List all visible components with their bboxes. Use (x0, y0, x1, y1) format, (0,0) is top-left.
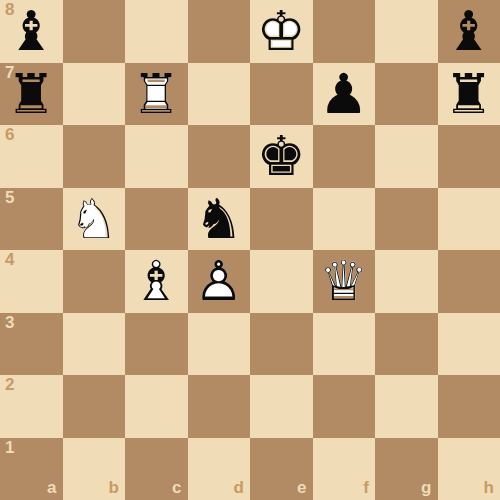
square-f7[interactable]: ♟ (313, 63, 376, 126)
white-queen-glyph-fill: ♛ (313, 250, 376, 313)
piece-black-pawn[interactable]: ♟ (313, 63, 376, 126)
white-bishop-glyph-fill: ♝ (125, 250, 188, 313)
white-knight-glyph-outline: ♘ (63, 188, 126, 251)
square-g7[interactable] (375, 63, 438, 126)
white-queen-glyph-outline: ♕ (313, 250, 376, 313)
piece-white-knight[interactable]: ♞♘ (63, 188, 126, 251)
file-label-e: e (297, 479, 306, 498)
piece-white-rook[interactable]: ♜♖ (125, 63, 188, 126)
piece-black-knight[interactable]: ♞ (188, 188, 251, 251)
square-e5[interactable] (250, 188, 313, 251)
square-h8[interactable]: ♝ (438, 0, 500, 63)
square-a6[interactable]: 6 (0, 125, 63, 188)
black-rook-glyph: ♜ (438, 63, 500, 126)
square-h7[interactable]: ♜ (438, 63, 500, 126)
square-c2[interactable] (125, 375, 188, 438)
square-f4[interactable]: ♛♕ (313, 250, 376, 313)
square-b1[interactable]: b (63, 438, 126, 500)
square-f5[interactable] (313, 188, 376, 251)
square-b5[interactable]: ♞♘ (63, 188, 126, 251)
square-f6[interactable] (313, 125, 376, 188)
square-g6[interactable] (375, 125, 438, 188)
black-rook-glyph: ♜ (0, 63, 63, 126)
piece-black-rook[interactable]: ♜ (438, 63, 500, 126)
piece-white-queen[interactable]: ♛♕ (313, 250, 376, 313)
file-label-a: a (47, 479, 56, 498)
rank-label-4: 4 (5, 251, 14, 270)
square-h5[interactable] (438, 188, 500, 251)
piece-black-bishop[interactable]: ♝ (0, 0, 63, 63)
piece-white-king[interactable]: ♚♔ (250, 0, 313, 63)
piece-white-bishop[interactable]: ♝♗ (125, 250, 188, 313)
square-f1[interactable]: f (313, 438, 376, 500)
square-g3[interactable] (375, 313, 438, 376)
square-h1[interactable]: h (438, 438, 500, 500)
square-c7[interactable]: ♜♖ (125, 63, 188, 126)
square-c5[interactable] (125, 188, 188, 251)
square-g8[interactable] (375, 0, 438, 63)
square-d4[interactable]: ♟♙ (188, 250, 251, 313)
chess-board: 8♝♚♔♝7♜♜♖♟♜6♚5♞♘♞4♝♗♟♙♛♕321abcdefgh (0, 0, 500, 500)
white-rook-glyph-outline: ♖ (125, 63, 188, 126)
square-h4[interactable] (438, 250, 500, 313)
file-label-d: d (234, 479, 244, 498)
white-king-glyph-fill: ♚ (250, 0, 313, 63)
square-g4[interactable] (375, 250, 438, 313)
square-b8[interactable] (63, 0, 126, 63)
piece-black-king[interactable]: ♚ (250, 125, 313, 188)
square-c8[interactable] (125, 0, 188, 63)
rank-label-6: 6 (5, 126, 14, 145)
file-label-h: h (484, 479, 494, 498)
file-label-b: b (109, 479, 119, 498)
white-pawn-glyph-outline: ♙ (188, 250, 251, 313)
square-g5[interactable] (375, 188, 438, 251)
square-e7[interactable] (250, 63, 313, 126)
rank-label-1: 1 (5, 439, 14, 458)
square-c3[interactable] (125, 313, 188, 376)
square-a8[interactable]: 8♝ (0, 0, 63, 63)
square-e3[interactable] (250, 313, 313, 376)
square-a7[interactable]: 7♜ (0, 63, 63, 126)
square-e1[interactable]: e (250, 438, 313, 500)
white-pawn-glyph-fill: ♟ (188, 250, 251, 313)
square-b2[interactable] (63, 375, 126, 438)
square-e2[interactable] (250, 375, 313, 438)
black-bishop-glyph: ♝ (438, 0, 500, 63)
black-king-glyph: ♚ (250, 125, 313, 188)
white-knight-glyph-fill: ♞ (63, 188, 126, 251)
rank-label-5: 5 (5, 189, 14, 208)
square-e8[interactable]: ♚♔ (250, 0, 313, 63)
square-f3[interactable] (313, 313, 376, 376)
square-e4[interactable] (250, 250, 313, 313)
square-g2[interactable] (375, 375, 438, 438)
white-bishop-glyph-outline: ♗ (125, 250, 188, 313)
square-c6[interactable] (125, 125, 188, 188)
file-label-c: c (172, 479, 181, 498)
black-knight-glyph: ♞ (188, 188, 251, 251)
square-h3[interactable] (438, 313, 500, 376)
square-d2[interactable] (188, 375, 251, 438)
square-d3[interactable] (188, 313, 251, 376)
square-d6[interactable] (188, 125, 251, 188)
black-pawn-glyph: ♟ (313, 63, 376, 126)
square-b7[interactable] (63, 63, 126, 126)
square-a1[interactable]: 1a (0, 438, 63, 500)
square-c1[interactable]: c (125, 438, 188, 500)
square-f2[interactable] (313, 375, 376, 438)
square-f8[interactable] (313, 0, 376, 63)
square-d1[interactable]: d (188, 438, 251, 500)
piece-black-bishop[interactable]: ♝ (438, 0, 500, 63)
black-bishop-glyph: ♝ (0, 0, 63, 63)
rank-label-2: 2 (5, 376, 14, 395)
square-b3[interactable] (63, 313, 126, 376)
square-c4[interactable]: ♝♗ (125, 250, 188, 313)
square-a5[interactable]: 5 (0, 188, 63, 251)
square-d5[interactable]: ♞ (188, 188, 251, 251)
white-rook-glyph-fill: ♜ (125, 63, 188, 126)
piece-black-rook[interactable]: ♜ (0, 63, 63, 126)
square-d8[interactable] (188, 0, 251, 63)
white-king-glyph-outline: ♔ (250, 0, 313, 63)
square-b6[interactable] (63, 125, 126, 188)
rank-label-3: 3 (5, 314, 14, 333)
square-h6[interactable] (438, 125, 500, 188)
square-e6[interactable]: ♚ (250, 125, 313, 188)
file-label-g: g (421, 479, 431, 498)
file-label-f: f (363, 479, 369, 498)
square-g1[interactable]: g (375, 438, 438, 500)
square-a3[interactable]: 3 (0, 313, 63, 376)
square-h2[interactable] (438, 375, 500, 438)
square-a4[interactable]: 4 (0, 250, 63, 313)
piece-white-pawn[interactable]: ♟♙ (188, 250, 251, 313)
square-b4[interactable] (63, 250, 126, 313)
square-d7[interactable] (188, 63, 251, 126)
square-a2[interactable]: 2 (0, 375, 63, 438)
